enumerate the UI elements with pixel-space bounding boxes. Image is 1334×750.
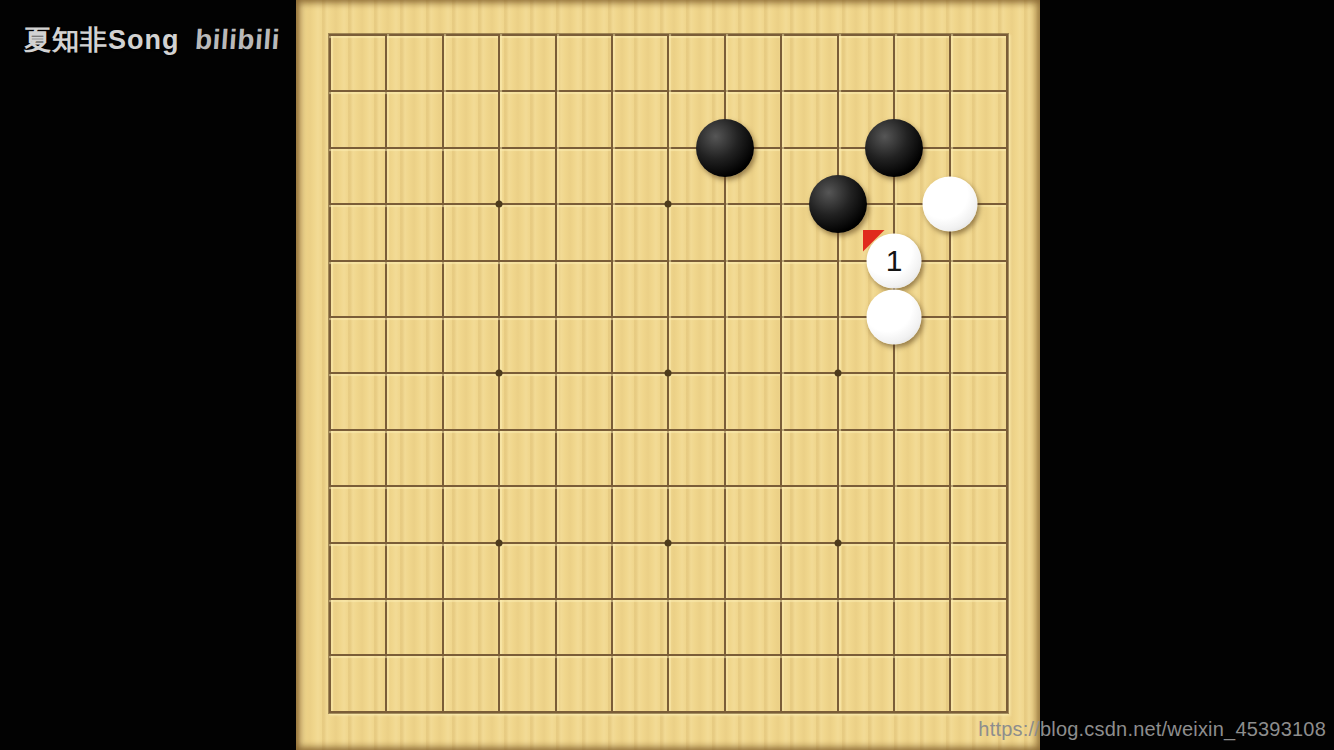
white-stone [923,177,978,232]
star-point [834,370,841,377]
stone-number-label: 1 [886,246,903,276]
black-stone [865,119,923,177]
grid-horizontal-line [329,598,1008,600]
channel-name: 夏知非Song [24,26,180,56]
star-point [665,201,672,208]
star-point [834,539,841,546]
watermark-url: https://blog.csdn.net/weixin_45393108 [978,718,1326,741]
star-point [665,370,672,377]
white-stone: 1 [867,233,922,288]
video-frame: 夏知非Song bilibili 1 https://blog.csdn.net… [0,0,1334,750]
black-stone [809,175,867,233]
grid-horizontal-line [329,711,1008,713]
channel-brand: 夏知非Song bilibili [24,25,279,56]
grid-horizontal-line [329,485,1008,487]
star-point [496,539,503,546]
grid-vertical-line [780,34,782,713]
star-point [496,370,503,377]
bilibili-logo: bilibili [193,25,280,56]
grid-horizontal-line [329,429,1008,431]
star-point [665,539,672,546]
grid-vertical-line [949,34,951,713]
grid-horizontal-line [329,654,1008,656]
go-board[interactable]: 1 [296,0,1040,750]
white-stone [867,290,922,345]
black-stone [696,119,754,177]
grid-vertical-line [1006,34,1008,713]
star-point [496,201,503,208]
